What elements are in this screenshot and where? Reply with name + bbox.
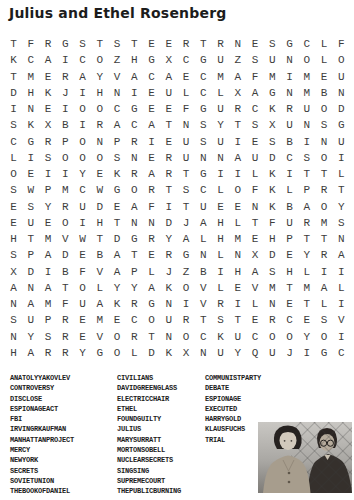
word-list-item: MANHATTANPROJECT bbox=[10, 435, 74, 445]
grid-cell-r17c9: G bbox=[143, 296, 160, 312]
grid-cell-r19c17: O bbox=[281, 329, 298, 345]
grid-cell-r8c12: N bbox=[195, 150, 212, 166]
grid-cell-r2c13: U bbox=[212, 52, 229, 68]
grid-cell-r3c2: M bbox=[22, 69, 39, 85]
grid-cell-r3c3: E bbox=[40, 69, 57, 85]
grid-cell-r7c10: E bbox=[160, 134, 177, 150]
grid-cell-r13c2: T bbox=[22, 231, 39, 247]
grid-cell-r20c17: J bbox=[281, 345, 298, 361]
grid-cell-r16c6: L bbox=[91, 280, 108, 296]
grid-cell-r1c14: N bbox=[229, 36, 246, 52]
grid-cell-r14c6: B bbox=[91, 247, 108, 263]
grid-cell-r9c2: E bbox=[22, 166, 39, 182]
grid-cell-r17c5: U bbox=[74, 296, 91, 312]
grid-cell-r20c9: D bbox=[143, 345, 160, 361]
grid-cell-r9c11: T bbox=[178, 166, 195, 182]
grid-cell-r9c8: R bbox=[126, 166, 143, 182]
grid-cell-r8c2: I bbox=[22, 150, 39, 166]
grid-cell-r7c2: G bbox=[22, 134, 39, 150]
grid-cell-r12c4: O bbox=[57, 215, 74, 231]
grid-cell-r14c1: S bbox=[5, 247, 22, 263]
word-list-column-3: COMMUNISTPARTYDEBATEESPIONAGEEXECUTEDHAR… bbox=[205, 373, 261, 445]
word-list-item: ESPIONAGE bbox=[205, 394, 261, 404]
grid-cell-r3c1: T bbox=[5, 69, 22, 85]
grid-cell-r5c18: U bbox=[298, 101, 315, 117]
grid-cell-r13c12: L bbox=[195, 231, 212, 247]
grid-cell-r13c18: T bbox=[298, 231, 315, 247]
grid-cell-r2c8: H bbox=[126, 52, 143, 68]
grid-cell-r20c2: A bbox=[22, 345, 39, 361]
grid-cell-r10c19: R bbox=[316, 182, 333, 198]
grid-cell-r6c9: A bbox=[143, 117, 160, 133]
grid-cell-r13c19: T bbox=[316, 231, 333, 247]
grid-cell-r20c14: Y bbox=[229, 345, 246, 361]
grid-cell-r13c15: E bbox=[247, 231, 264, 247]
grid-cell-r11c18: A bbox=[298, 199, 315, 215]
grid-cell-r3c16: M bbox=[264, 69, 281, 85]
grid-cell-r15c19: I bbox=[316, 264, 333, 280]
grid-cell-r5c7: C bbox=[109, 101, 126, 117]
grid-cell-r7c17: B bbox=[281, 134, 298, 150]
grid-cell-r5c2: N bbox=[22, 101, 39, 117]
grid-cell-r20c19: G bbox=[316, 345, 333, 361]
grid-cell-r18c4: R bbox=[57, 312, 74, 328]
grid-cell-r14c4: D bbox=[57, 247, 74, 263]
grid-cell-r2c20: O bbox=[333, 52, 350, 68]
grid-cell-r1c15: E bbox=[247, 36, 264, 52]
grid-cell-r18c18: E bbox=[298, 312, 315, 328]
grid-cell-r1c20: F bbox=[333, 36, 350, 52]
grid-cell-r4c8: I bbox=[126, 85, 143, 101]
grid-cell-r16c14: E bbox=[229, 280, 246, 296]
grid-cell-r16c8: Y bbox=[126, 280, 143, 296]
grid-cell-r12c1: E bbox=[5, 215, 22, 231]
grid-cell-r19c8: R bbox=[126, 329, 143, 345]
grid-cell-r1c1: T bbox=[5, 36, 22, 52]
grid-cell-r8c6: O bbox=[91, 150, 108, 166]
grid-cell-r4c12: C bbox=[195, 85, 212, 101]
grid-cell-r19c13: K bbox=[212, 329, 229, 345]
grid-cell-r6c12: S bbox=[195, 117, 212, 133]
grid-cell-r9c17: I bbox=[281, 166, 298, 182]
grid-cell-r4c2: H bbox=[22, 85, 39, 101]
grid-cell-r2c5: C bbox=[74, 52, 91, 68]
grid-cell-r6c13: Y bbox=[212, 117, 229, 133]
grid-cell-r16c5: O bbox=[74, 280, 91, 296]
grid-cell-r11c2: S bbox=[22, 199, 39, 215]
word-list-item: ANATOLYYAKOVLEV bbox=[10, 373, 74, 383]
grid-cell-r18c3: P bbox=[40, 312, 57, 328]
grid-cell-r7c14: I bbox=[229, 134, 246, 150]
grid-cell-r11c6: D bbox=[91, 199, 108, 215]
grid-cell-r2c16: U bbox=[264, 52, 281, 68]
grid-cell-r17c18: T bbox=[298, 296, 315, 312]
grid-cell-r3c18: M bbox=[298, 69, 315, 85]
grid-cell-r19c2: Y bbox=[22, 329, 39, 345]
word-list-item: NEWYORK bbox=[10, 455, 74, 465]
word-list-item: MERCY bbox=[10, 445, 74, 455]
grid-cell-r17c8: R bbox=[126, 296, 143, 312]
grid-cell-r9c9: A bbox=[143, 166, 160, 182]
grid-cell-r12c17: U bbox=[281, 215, 298, 231]
grid-cell-r14c15: X bbox=[247, 247, 264, 263]
grid-cell-r14c12: N bbox=[195, 247, 212, 263]
grid-cell-r17c12: V bbox=[195, 296, 212, 312]
grid-cell-r8c5: O bbox=[74, 150, 91, 166]
grid-cell-r2c11: C bbox=[178, 52, 195, 68]
grid-cell-r19c19: O bbox=[316, 329, 333, 345]
grid-cell-r2c9: G bbox=[143, 52, 160, 68]
grid-cell-r15c5: F bbox=[74, 264, 91, 280]
grid-cell-r15c7: A bbox=[109, 264, 126, 280]
grid-cell-r4c6: H bbox=[91, 85, 108, 101]
grid-cell-r5c11: F bbox=[178, 101, 195, 117]
grid-cell-r10c5: C bbox=[74, 182, 91, 198]
grid-cell-r7c4: P bbox=[57, 134, 74, 150]
grid-cell-r6c6: R bbox=[91, 117, 108, 133]
grid-cell-r3c17: I bbox=[281, 69, 298, 85]
grid-cell-r15c16: S bbox=[264, 264, 281, 280]
grid-cell-r4c15: A bbox=[247, 85, 264, 101]
grid-cell-r4c1: D bbox=[5, 85, 22, 101]
grid-cell-r1c4: G bbox=[57, 36, 74, 52]
grid-cell-r16c12: V bbox=[195, 280, 212, 296]
grid-cell-r16c20: L bbox=[333, 280, 350, 296]
grid-cell-r11c9: F bbox=[143, 199, 160, 215]
grid-cell-r13c20: N bbox=[333, 231, 350, 247]
grid-cell-r6c3: X bbox=[40, 117, 57, 133]
grid-cell-r17c14: I bbox=[229, 296, 246, 312]
grid-cell-r2c14: Z bbox=[229, 52, 246, 68]
grid-cell-r5c5: O bbox=[74, 101, 91, 117]
grid-cell-r17c11: I bbox=[178, 296, 195, 312]
grid-cell-r10c1: S bbox=[5, 182, 22, 198]
grid-cell-r15c9: L bbox=[143, 264, 160, 280]
grid-cell-r16c18: M bbox=[298, 280, 315, 296]
grid-cell-r6c1: S bbox=[5, 117, 22, 133]
grid-cell-r9c13: I bbox=[212, 166, 229, 182]
grid-cell-r10c7: G bbox=[109, 182, 126, 198]
grid-cell-r5c10: E bbox=[160, 101, 177, 117]
grid-cell-r15c8: P bbox=[126, 264, 143, 280]
grid-cell-r8c15: U bbox=[247, 150, 264, 166]
grid-cell-r19c15: C bbox=[247, 329, 264, 345]
grid-cell-r17c20: I bbox=[333, 296, 350, 312]
grid-cell-r8c10: R bbox=[160, 150, 177, 166]
grid-cell-r7c11: U bbox=[178, 134, 195, 150]
grid-cell-r14c3: A bbox=[40, 247, 57, 263]
grid-cell-r12c12: A bbox=[195, 215, 212, 231]
grid-cell-r1c19: L bbox=[316, 36, 333, 52]
grid-cell-r9c6: E bbox=[91, 166, 108, 182]
grid-cell-r14c11: G bbox=[178, 247, 195, 263]
grid-cell-r3c7: V bbox=[109, 69, 126, 85]
grid-cell-r1c11: R bbox=[178, 36, 195, 52]
word-list-item: ESPIONAGEACT bbox=[10, 404, 74, 414]
grid-cell-r6c15: S bbox=[247, 117, 264, 133]
grid-cell-r6c17: U bbox=[281, 117, 298, 133]
grid-cell-r6c8: C bbox=[126, 117, 143, 133]
grid-cell-r13c8: G bbox=[126, 231, 143, 247]
grid-cell-r1c18: C bbox=[298, 36, 315, 52]
grid-cell-r12c9: N bbox=[143, 215, 160, 231]
grid-cell-r10c17: L bbox=[281, 182, 298, 198]
grid-cell-r13c9: R bbox=[143, 231, 160, 247]
grid-cell-r16c16: M bbox=[264, 280, 281, 296]
grid-cell-r17c16: N bbox=[264, 296, 281, 312]
grid-cell-r7c20: U bbox=[333, 134, 350, 150]
grid-cell-r17c10: N bbox=[160, 296, 177, 312]
grid-cell-r1c8: T bbox=[126, 36, 143, 52]
grid-cell-r5c3: E bbox=[40, 101, 57, 117]
grid-cell-r3c20: U bbox=[333, 69, 350, 85]
grid-cell-r9c15: L bbox=[247, 166, 264, 182]
grid-cell-r15c11: Z bbox=[178, 264, 195, 280]
grid-cell-r18c19: S bbox=[316, 312, 333, 328]
grid-cell-r1c9: E bbox=[143, 36, 160, 52]
grid-cell-r8c19: O bbox=[316, 150, 333, 166]
word-list-item: THEBOOKOFDANIEL bbox=[10, 486, 74, 496]
grid-cell-r15c1: X bbox=[5, 264, 22, 280]
grid-cell-r20c8: L bbox=[126, 345, 143, 361]
grid-cell-r12c14: L bbox=[229, 215, 246, 231]
grid-cell-r18c15: E bbox=[247, 312, 264, 328]
grid-cell-r5c9: E bbox=[143, 101, 160, 117]
grid-cell-r7c19: N bbox=[316, 134, 333, 150]
grid-cell-r13c16: H bbox=[264, 231, 281, 247]
grid-cell-r4c17: N bbox=[281, 85, 298, 101]
grid-cell-r8c1: L bbox=[5, 150, 22, 166]
grid-cell-r8c3: S bbox=[40, 150, 57, 166]
grid-cell-r4c5: I bbox=[74, 85, 91, 101]
grid-cell-r3c15: F bbox=[247, 69, 264, 85]
grid-cell-r17c3: M bbox=[40, 296, 57, 312]
grid-cell-r4c18: M bbox=[298, 85, 315, 101]
grid-cell-r13c17: P bbox=[281, 231, 298, 247]
grid-cell-r5c20: D bbox=[333, 101, 350, 117]
grid-cell-r19c7: O bbox=[109, 329, 126, 345]
worksheet: Julius and Ethel Rosenberg TFRGSTSTEERTR… bbox=[0, 0, 354, 500]
grid-cell-r20c4: R bbox=[57, 345, 74, 361]
grid-cell-r18c9: O bbox=[143, 312, 160, 328]
grid-cell-r14c8: T bbox=[126, 247, 143, 263]
grid-cell-r7c13: U bbox=[212, 134, 229, 150]
grid-cell-r5c6: O bbox=[91, 101, 108, 117]
word-list-item: NUCLEARSECRETS bbox=[117, 455, 181, 465]
word-list-item: CONTROVERSY bbox=[10, 383, 74, 393]
word-list-item: HARRYGOLD bbox=[205, 414, 261, 424]
grid-cell-r19c20: I bbox=[333, 329, 350, 345]
grid-cell-r7c3: R bbox=[40, 134, 57, 150]
grid-cell-r18c10: U bbox=[160, 312, 177, 328]
grid-cell-r2c10: X bbox=[160, 52, 177, 68]
grid-cell-r7c12: S bbox=[195, 134, 212, 150]
grid-cell-r18c6: M bbox=[91, 312, 108, 328]
grid-cell-r2c18: O bbox=[298, 52, 315, 68]
grid-cell-r1c7: S bbox=[109, 36, 126, 52]
word-list-item: COMMUNISTPARTY bbox=[205, 373, 261, 383]
grid-cell-r12c20: S bbox=[333, 215, 350, 231]
grid-cell-r3c4: R bbox=[57, 69, 74, 85]
grid-cell-r15c20: I bbox=[333, 264, 350, 280]
word-list-item: DAVIDGREENGLASS bbox=[117, 383, 181, 393]
grid-cell-r6c19: S bbox=[316, 117, 333, 133]
grid-cell-r7c8: R bbox=[126, 134, 143, 150]
grid-cell-r7c5: O bbox=[74, 134, 91, 150]
grid-cell-r16c9: A bbox=[143, 280, 160, 296]
grid-cell-r2c17: N bbox=[281, 52, 298, 68]
grid-cell-r4c14: X bbox=[229, 85, 246, 101]
grid-cell-r15c14: H bbox=[229, 264, 246, 280]
grid-cell-r14c16: D bbox=[264, 247, 281, 263]
grid-cell-r18c2: U bbox=[22, 312, 39, 328]
grid-cell-r9c12: G bbox=[195, 166, 212, 182]
grid-cell-r6c11: N bbox=[178, 117, 195, 133]
grid-cell-r11c15: N bbox=[247, 199, 264, 215]
grid-cell-r20c5: Y bbox=[74, 345, 91, 361]
grid-cell-r7c6: N bbox=[91, 134, 108, 150]
word-list-item: KLAUSFUCHS bbox=[205, 424, 261, 434]
word-list-item: SECRETS bbox=[10, 466, 74, 476]
grid-cell-r6c4: B bbox=[57, 117, 74, 133]
word-list-item: IRVINGRKAUFMAN bbox=[10, 424, 74, 434]
grid-cell-r17c15: L bbox=[247, 296, 264, 312]
grid-cell-r20c20: C bbox=[333, 345, 350, 361]
grid-cell-r1c17: G bbox=[281, 36, 298, 52]
grid-cell-r20c7: O bbox=[109, 345, 126, 361]
grid-cell-r18c17: C bbox=[281, 312, 298, 328]
grid-cell-r5c13: U bbox=[212, 101, 229, 117]
word-list-item: MARYSURRATT bbox=[117, 435, 181, 445]
grid-cell-r1c3: R bbox=[40, 36, 57, 52]
grid-cell-r19c4: R bbox=[57, 329, 74, 345]
grid-cell-r20c3: R bbox=[40, 345, 57, 361]
grid-cell-r9c1: O bbox=[5, 166, 22, 182]
grid-cell-r19c16: O bbox=[264, 329, 281, 345]
grid-cell-r10c18: P bbox=[298, 182, 315, 198]
word-list-item: SINGSING bbox=[117, 466, 181, 476]
grid-cell-r6c7: A bbox=[109, 117, 126, 133]
grid-cell-r9c7: K bbox=[109, 166, 126, 182]
grid-cell-r20c16: U bbox=[264, 345, 281, 361]
grid-cell-r2c4: I bbox=[57, 52, 74, 68]
grid-cell-r10c11: S bbox=[178, 182, 195, 198]
word-list-item: DISCLOSE bbox=[10, 394, 74, 404]
grid-cell-r8c4: O bbox=[57, 150, 74, 166]
grid-cell-r17c4: F bbox=[57, 296, 74, 312]
grid-cell-r12c19: M bbox=[316, 215, 333, 231]
grid-cell-r8c11: U bbox=[178, 150, 195, 166]
grid-cell-r15c13: I bbox=[212, 264, 229, 280]
grid-cell-r3c19: E bbox=[316, 69, 333, 85]
grid-cell-r18c11: R bbox=[178, 312, 195, 328]
grid-cell-r16c19: A bbox=[316, 280, 333, 296]
grid-cell-r3c6: Y bbox=[91, 69, 108, 85]
grid-cell-r10c20: T bbox=[333, 182, 350, 198]
grid-cell-r9c14: I bbox=[229, 166, 246, 182]
grid-cell-r14c14: N bbox=[229, 247, 246, 263]
word-list-item: SUPREMECOURT bbox=[117, 476, 181, 486]
grid-cell-r10c6: W bbox=[91, 182, 108, 198]
grid-cell-r18c7: E bbox=[109, 312, 126, 328]
word-list-item: FOUNDGUILTY bbox=[117, 414, 181, 424]
word-list-item: THEPUBLICBURNING bbox=[117, 486, 181, 496]
grid-cell-r13c3: M bbox=[40, 231, 57, 247]
grid-cell-r3c9: C bbox=[143, 69, 160, 85]
grid-cell-r17c7: K bbox=[109, 296, 126, 312]
grid-cell-r17c2: A bbox=[22, 296, 39, 312]
grid-cell-r4c19: B bbox=[316, 85, 333, 101]
grid-cell-r19c18: Y bbox=[298, 329, 315, 345]
grid-cell-r20c13: U bbox=[212, 345, 229, 361]
grid-cell-r19c10: N bbox=[160, 329, 177, 345]
grid-cell-r16c1: A bbox=[5, 280, 22, 296]
grid-cell-r7c1: C bbox=[5, 134, 22, 150]
grid-cell-r10c3: P bbox=[40, 182, 57, 198]
grid-cell-r6c2: K bbox=[22, 117, 39, 133]
grid-cell-r5c16: K bbox=[264, 101, 281, 117]
grid-cell-r4c4: J bbox=[57, 85, 74, 101]
grid-cell-r8c9: E bbox=[143, 150, 160, 166]
grid-cell-r16c11: O bbox=[178, 280, 195, 296]
grid-cell-r18c16: R bbox=[264, 312, 281, 328]
grid-cell-r4c13: L bbox=[212, 85, 229, 101]
word-list-column-1: ANATOLYYAKOVLEVCONTROVERSYDISCLOSEESPION… bbox=[10, 373, 74, 497]
grid-cell-r3c12: C bbox=[195, 69, 212, 85]
grid-cell-r13c6: T bbox=[91, 231, 108, 247]
grid-cell-r4c9: E bbox=[143, 85, 160, 101]
grid-cell-r15c10: J bbox=[160, 264, 177, 280]
grid-cell-r13c11: A bbox=[178, 231, 195, 247]
grid-cell-r18c20: V bbox=[333, 312, 350, 328]
grid-cell-r4c20: N bbox=[333, 85, 350, 101]
grid-cell-r6c5: I bbox=[74, 117, 91, 133]
grid-cell-r9c19: T bbox=[316, 166, 333, 182]
grid-cell-r7c9: I bbox=[143, 134, 160, 150]
grid-cell-r13c4: V bbox=[57, 231, 74, 247]
grid-cell-r11c5: U bbox=[74, 199, 91, 215]
word-list-item: EXECUTED bbox=[205, 404, 261, 414]
grid-cell-r11c17: B bbox=[281, 199, 298, 215]
grid-cell-r18c14: T bbox=[229, 312, 246, 328]
grid-cell-r17c6: A bbox=[91, 296, 108, 312]
grid-cell-r6c10: T bbox=[160, 117, 177, 133]
grid-cell-r11c7: E bbox=[109, 199, 126, 215]
grid-cell-r12c6: H bbox=[91, 215, 108, 231]
grid-cell-r3c11: E bbox=[178, 69, 195, 85]
word-list-item: CIVILIANS bbox=[117, 373, 181, 383]
grid-cell-r18c8: C bbox=[126, 312, 143, 328]
grid-cell-r16c4: T bbox=[57, 280, 74, 296]
grid-cell-r8c13: N bbox=[212, 150, 229, 166]
grid-cell-r11c8: A bbox=[126, 199, 143, 215]
grid-cell-r2c19: L bbox=[316, 52, 333, 68]
grid-cell-r13c1: H bbox=[5, 231, 22, 247]
grid-cell-r13c13: H bbox=[212, 231, 229, 247]
word-list-item: FBI bbox=[10, 414, 74, 424]
grid-cell-r3c5: A bbox=[74, 69, 91, 85]
grid-cell-r4c10: U bbox=[160, 85, 177, 101]
grid-cell-r3c8: A bbox=[126, 69, 143, 85]
grid-cell-r14c9: E bbox=[143, 247, 160, 263]
word-list-item: ELECTRICCHAIR bbox=[117, 394, 181, 404]
grid-cell-r11c14: E bbox=[229, 199, 246, 215]
grid-cell-r11c4: R bbox=[57, 199, 74, 215]
grid-cell-r5c19: O bbox=[316, 101, 333, 117]
grid-cell-r16c17: T bbox=[281, 280, 298, 296]
grid-cell-r8c8: N bbox=[126, 150, 143, 166]
grid-cell-r19c3: S bbox=[40, 329, 57, 345]
